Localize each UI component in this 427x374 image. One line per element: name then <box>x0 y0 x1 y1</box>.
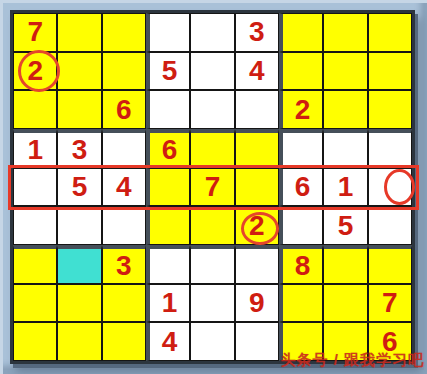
cell-r8c7[interactable] <box>279 284 323 323</box>
cell-r7c5[interactable] <box>190 245 234 284</box>
cell-r5c2[interactable]: 5 <box>57 168 101 207</box>
cell-r9c3[interactable] <box>102 322 146 361</box>
cell-r3c7[interactable]: 2 <box>279 90 323 129</box>
cell-r8c5[interactable] <box>190 284 234 323</box>
cell-r2c9[interactable] <box>368 52 412 91</box>
given-digit: 3 <box>249 18 265 46</box>
given-digit: 5 <box>338 212 354 240</box>
cell-r1c2[interactable] <box>57 13 101 52</box>
cell-r9c5[interactable] <box>190 322 234 361</box>
cell-r6c6[interactable]: 2 <box>235 206 279 245</box>
cell-r3c4[interactable] <box>146 90 190 129</box>
cell-r1c6[interactable]: 3 <box>235 13 279 52</box>
cell-r8c3[interactable] <box>102 284 146 323</box>
cell-r2c8[interactable] <box>323 52 367 91</box>
given-digit: 7 <box>382 289 398 317</box>
given-digit: 7 <box>205 173 221 201</box>
given-digit: 2 <box>249 212 265 240</box>
given-digit: 1 <box>162 289 178 317</box>
given-digit: 4 <box>249 57 265 85</box>
cell-r2c2[interactable] <box>57 52 101 91</box>
cell-r9c1[interactable] <box>13 322 57 361</box>
given-digit: 4 <box>162 328 178 356</box>
cell-r2c4[interactable]: 5 <box>146 52 190 91</box>
sudoku-board: 732546213654761253819746 <box>13 13 412 361</box>
cell-r4c5[interactable] <box>190 129 234 168</box>
cell-r7c8[interactable] <box>323 245 367 284</box>
cell-r7c1[interactable] <box>13 245 57 284</box>
cell-r1c1[interactable]: 7 <box>13 13 57 52</box>
cell-r7c2[interactable] <box>57 245 101 284</box>
cell-r3c6[interactable] <box>235 90 279 129</box>
cell-r3c3[interactable]: 6 <box>102 90 146 129</box>
given-digit: 5 <box>162 57 178 85</box>
given-digit: 2 <box>27 57 43 85</box>
cell-r4c9[interactable] <box>368 129 412 168</box>
cell-r1c3[interactable] <box>102 13 146 52</box>
cell-r4c4[interactable]: 6 <box>146 129 190 168</box>
cell-r5c7[interactable]: 6 <box>279 168 323 207</box>
cell-r8c2[interactable] <box>57 284 101 323</box>
cell-r4c6[interactable] <box>235 129 279 168</box>
cell-r1c5[interactable] <box>190 13 234 52</box>
cell-r6c9[interactable] <box>368 206 412 245</box>
cell-r7c3[interactable]: 3 <box>102 245 146 284</box>
given-digit: 7 <box>27 18 43 46</box>
cell-r5c4[interactable] <box>146 168 190 207</box>
cell-r3c5[interactable] <box>190 90 234 129</box>
cell-r6c7[interactable] <box>279 206 323 245</box>
given-digit: 2 <box>295 96 311 124</box>
cell-r6c2[interactable] <box>57 206 101 245</box>
cell-r4c1[interactable]: 1 <box>13 129 57 168</box>
cell-r5c5[interactable]: 7 <box>190 168 234 207</box>
cell-r2c5[interactable] <box>190 52 234 91</box>
cell-r8c8[interactable] <box>323 284 367 323</box>
sudoku-app-frame: 732546213654761253819746 头条号 / 跟我学习吧 <box>0 0 427 374</box>
cell-r8c4[interactable]: 1 <box>146 284 190 323</box>
cell-r5c1[interactable] <box>13 168 57 207</box>
cell-r6c4[interactable] <box>146 206 190 245</box>
cell-r2c3[interactable] <box>102 52 146 91</box>
cell-r8c6[interactable]: 9 <box>235 284 279 323</box>
cell-r7c7[interactable]: 8 <box>279 245 323 284</box>
cell-r9c6[interactable] <box>235 322 279 361</box>
cell-r8c1[interactable] <box>13 284 57 323</box>
given-digit: 4 <box>116 173 132 201</box>
cell-r9c4[interactable]: 4 <box>146 322 190 361</box>
cell-r3c8[interactable] <box>323 90 367 129</box>
given-digit: 9 <box>249 289 265 317</box>
given-digit: 3 <box>116 252 132 280</box>
cell-r2c6[interactable]: 4 <box>235 52 279 91</box>
cell-r4c2[interactable]: 3 <box>57 129 101 168</box>
cell-r4c8[interactable] <box>323 129 367 168</box>
cell-r6c8[interactable]: 5 <box>323 206 367 245</box>
given-digit: 6 <box>162 136 178 164</box>
cell-r5c9[interactable] <box>368 168 412 207</box>
cell-r2c1[interactable]: 2 <box>13 52 57 91</box>
sudoku-board-frame: 732546213654761253819746 <box>10 10 415 364</box>
cell-r1c7[interactable] <box>279 13 323 52</box>
cell-r5c6[interactable] <box>235 168 279 207</box>
cell-r5c8[interactable]: 1 <box>323 168 367 207</box>
cell-r6c3[interactable] <box>102 206 146 245</box>
cell-r9c2[interactable] <box>57 322 101 361</box>
cell-r4c3[interactable] <box>102 129 146 168</box>
cell-r7c4[interactable] <box>146 245 190 284</box>
given-digit: 3 <box>72 136 88 164</box>
cell-r1c4[interactable] <box>146 13 190 52</box>
cell-r3c1[interactable] <box>13 90 57 129</box>
watermark: 头条号 / 跟我学习吧 <box>280 351 424 370</box>
given-digit: 5 <box>72 173 88 201</box>
given-digit: 6 <box>116 96 132 124</box>
given-digit: 6 <box>295 173 311 201</box>
cell-r2c7[interactable] <box>279 52 323 91</box>
cell-r5c3[interactable]: 4 <box>102 168 146 207</box>
cell-r1c9[interactable] <box>368 13 412 52</box>
cell-r6c5[interactable] <box>190 206 234 245</box>
cell-r3c2[interactable] <box>57 90 101 129</box>
given-digit: 8 <box>295 252 311 280</box>
given-digit: 1 <box>338 173 354 201</box>
cell-r1c8[interactable] <box>323 13 367 52</box>
cell-r6c1[interactable] <box>13 206 57 245</box>
cell-r7c9[interactable] <box>368 245 412 284</box>
given-digit: 1 <box>27 136 43 164</box>
cell-r7c6[interactable] <box>235 245 279 284</box>
cell-r3c9[interactable] <box>368 90 412 129</box>
cell-r4c7[interactable] <box>279 129 323 168</box>
cell-r8c9[interactable]: 7 <box>368 284 412 323</box>
